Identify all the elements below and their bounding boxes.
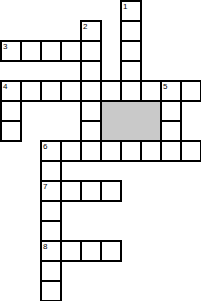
cell-r6c4[interactable]	[80, 120, 102, 142]
cell-r2c2[interactable]	[40, 40, 62, 62]
cell-r5c4[interactable]	[80, 100, 102, 122]
cell-r12c2[interactable]: 8	[40, 240, 62, 262]
crossword-board: 12345678	[0, 0, 201, 301]
cell-r2c0[interactable]: 3	[0, 40, 22, 62]
cell-r12c4[interactable]	[80, 240, 102, 262]
cell-r7c7[interactable]	[140, 140, 162, 162]
cell-r13c2[interactable]	[40, 260, 62, 282]
clue-number-5: 5	[163, 82, 167, 91]
cell-r9c2[interactable]: 7	[40, 180, 62, 202]
cell-r11c2[interactable]	[40, 220, 62, 242]
cell-r5c0[interactable]	[0, 100, 22, 122]
cell-r9c4[interactable]	[80, 180, 102, 202]
cell-r4c9[interactable]	[180, 80, 201, 102]
cell-r6c8[interactable]	[160, 120, 182, 142]
cell-r12c5[interactable]	[100, 240, 122, 262]
image-block	[100, 100, 162, 142]
cell-r4c0[interactable]: 4	[0, 80, 22, 102]
cell-r4c2[interactable]	[40, 80, 62, 102]
cell-r14c2[interactable]	[40, 280, 62, 301]
cell-r1c4[interactable]: 2	[80, 20, 102, 42]
clue-number-6: 6	[43, 142, 47, 151]
cell-r4c6[interactable]	[120, 80, 142, 102]
clue-number-7: 7	[43, 182, 47, 191]
clue-number-3: 3	[3, 42, 7, 51]
cell-r7c2[interactable]: 6	[40, 140, 62, 162]
cell-r6c0[interactable]	[0, 120, 22, 142]
cell-r2c3[interactable]	[60, 40, 82, 62]
cell-r4c4[interactable]	[80, 80, 102, 102]
cell-r7c8[interactable]	[160, 140, 182, 162]
cell-r9c3[interactable]	[60, 180, 82, 202]
cell-r0c6[interactable]: 1	[120, 0, 142, 22]
clue-number-4: 4	[3, 82, 7, 91]
cell-r2c4[interactable]	[80, 40, 102, 62]
cell-r7c5[interactable]	[100, 140, 122, 162]
clue-number-8: 8	[43, 242, 47, 251]
cell-r4c5[interactable]	[100, 80, 122, 102]
cell-r10c2[interactable]	[40, 200, 62, 222]
cell-r8c2[interactable]	[40, 160, 62, 182]
cell-r3c4[interactable]	[80, 60, 102, 82]
cell-r1c6[interactable]	[120, 20, 142, 42]
cell-r4c8[interactable]: 5	[160, 80, 182, 102]
clue-number-1: 1	[123, 2, 127, 11]
cell-r4c1[interactable]	[20, 80, 42, 102]
cell-r5c8[interactable]	[160, 100, 182, 122]
cell-r7c9[interactable]	[180, 140, 201, 162]
cell-r9c5[interactable]	[100, 180, 122, 202]
cell-r4c7[interactable]	[140, 80, 162, 102]
cell-r7c4[interactable]	[80, 140, 102, 162]
cell-r3c6[interactable]	[120, 60, 142, 82]
cell-r2c1[interactable]	[20, 40, 42, 62]
cell-r4c3[interactable]	[60, 80, 82, 102]
clue-number-2: 2	[83, 22, 87, 31]
cell-r12c3[interactable]	[60, 240, 82, 262]
cell-r7c6[interactable]	[120, 140, 142, 162]
cell-r7c3[interactable]	[60, 140, 82, 162]
cell-r2c6[interactable]	[120, 40, 142, 62]
